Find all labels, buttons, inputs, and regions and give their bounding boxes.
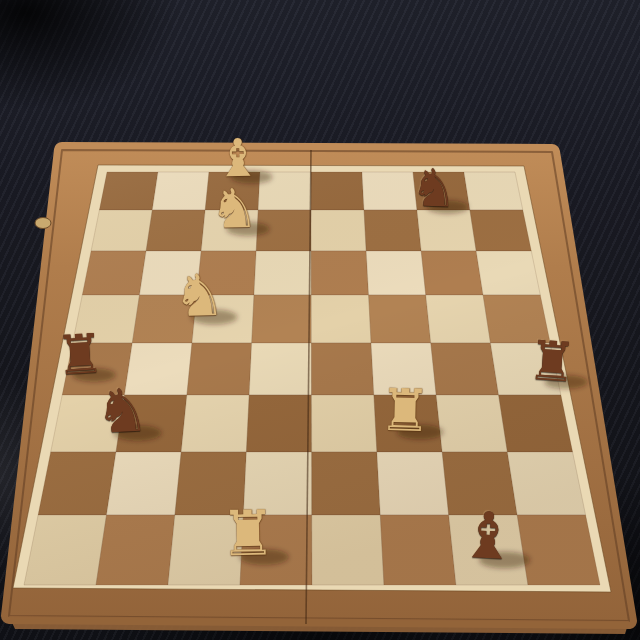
piece-white-rook-f3[interactable]: ♜ [378, 381, 431, 440]
piece-black-rook-a4[interactable]: ♜ [54, 327, 106, 384]
piece-black-rook-h4[interactable]: ♜ [526, 334, 578, 391]
piece-black-bishop-g1[interactable]: ♝ [458, 502, 518, 569]
piece-white-knight-c7[interactable]: ♞ [209, 182, 259, 237]
piece-white-rook-d1[interactable]: ♜ [220, 502, 277, 565]
chess-board [0, 0, 640, 640]
piece-white-knight-c5[interactable]: ♞ [172, 266, 226, 326]
box-clasp [35, 218, 51, 229]
chess-photo-scene: ♝♞♞♞♜♜♜♞♜♝ [0, 0, 640, 640]
piece-black-knight-g8[interactable]: ♞ [410, 161, 458, 215]
piece-black-knight-a3[interactable]: ♞ [94, 379, 151, 442]
